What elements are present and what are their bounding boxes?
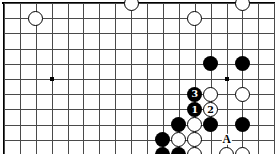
intersection [171, 41, 187, 56]
intersection [155, 117, 171, 132]
intersection [155, 26, 171, 41]
intersection: 2 [203, 102, 219, 117]
white-stone [219, 147, 234, 154]
intersection [107, 71, 123, 86]
black-stone [171, 147, 186, 154]
intersection [219, 0, 235, 11]
intersection [60, 41, 76, 56]
intersection [91, 87, 107, 102]
intersection [234, 26, 250, 41]
intersection [123, 71, 139, 86]
intersection [219, 26, 235, 41]
intersection [203, 26, 219, 41]
intersection [107, 87, 123, 102]
intersection [155, 102, 171, 117]
intersection [155, 11, 171, 26]
intersection [234, 117, 250, 132]
intersection [139, 56, 155, 71]
intersection [171, 0, 187, 11]
intersection [139, 0, 155, 11]
intersection [123, 147, 139, 154]
intersection [76, 26, 92, 41]
intersection [234, 147, 250, 154]
intersection [219, 147, 235, 154]
intersection [28, 0, 44, 11]
black-stone [203, 56, 218, 71]
black-stone [155, 147, 170, 154]
intersection [203, 11, 219, 26]
black-stone-move-3: 3 [187, 87, 202, 102]
intersection [76, 117, 92, 132]
intersection [44, 0, 60, 11]
intersection [171, 56, 187, 71]
intersection [12, 147, 28, 154]
intersection [187, 71, 203, 86]
intersection: 1 [187, 102, 203, 117]
intersection [250, 147, 266, 154]
intersection [91, 11, 107, 26]
intersection [250, 56, 266, 71]
intersection [234, 11, 250, 26]
intersection [91, 117, 107, 132]
intersection [12, 26, 28, 41]
intersection [107, 147, 123, 154]
go-diagram: 312 A [0, 0, 275, 154]
intersection [155, 56, 171, 71]
intersection [76, 132, 92, 147]
white-stone [235, 0, 250, 11]
intersection [203, 0, 219, 11]
intersection [250, 117, 266, 132]
intersection [155, 41, 171, 56]
white-stone [28, 11, 43, 26]
intersection [107, 132, 123, 147]
intersection [28, 11, 44, 26]
intersection [139, 71, 155, 86]
intersection [203, 132, 219, 147]
intersection [123, 102, 139, 117]
white-stone-move-2: 2 [203, 102, 218, 117]
white-stone [235, 147, 250, 154]
intersection [123, 117, 139, 132]
intersection [139, 87, 155, 102]
intersection [12, 11, 28, 26]
black-stone [171, 117, 186, 132]
intersection [250, 71, 266, 86]
intersection [44, 117, 60, 132]
intersection [12, 41, 28, 56]
intersection [250, 26, 266, 41]
intersection [250, 0, 266, 11]
intersection [219, 56, 235, 71]
intersection [44, 26, 60, 41]
intersection [187, 56, 203, 71]
intersection [60, 87, 76, 102]
intersection [44, 87, 60, 102]
white-stone [203, 87, 218, 102]
intersection [60, 11, 76, 26]
intersection [107, 26, 123, 41]
intersection [76, 147, 92, 154]
intersection [60, 56, 76, 71]
intersection [0, 71, 12, 86]
intersection [234, 0, 250, 11]
intersection [91, 102, 107, 117]
intersection [0, 56, 12, 71]
intersection [91, 26, 107, 41]
intersection [203, 41, 219, 56]
intersection [12, 132, 28, 147]
intersection: 3 [187, 87, 203, 102]
intersection [187, 132, 203, 147]
intersection [91, 71, 107, 86]
white-stone [187, 147, 202, 154]
intersection [155, 71, 171, 86]
intersection [0, 102, 12, 117]
intersection [44, 102, 60, 117]
intersection [171, 87, 187, 102]
intersection [123, 41, 139, 56]
intersection [44, 11, 60, 26]
intersection [234, 132, 250, 147]
intersection [91, 147, 107, 154]
intersection [0, 117, 12, 132]
intersection [171, 147, 187, 154]
intersection [171, 71, 187, 86]
intersection [0, 26, 12, 41]
intersection [28, 56, 44, 71]
intersection [28, 71, 44, 86]
intersection [139, 11, 155, 26]
intersection [250, 132, 266, 147]
intersection [91, 0, 107, 11]
intersection [250, 41, 266, 56]
intersection [76, 0, 92, 11]
intersection [0, 132, 12, 147]
intersection [234, 71, 250, 86]
intersection [123, 11, 139, 26]
intersection [0, 0, 12, 11]
intersection [76, 56, 92, 71]
black-stone [235, 117, 250, 132]
intersection [171, 102, 187, 117]
intersection [91, 41, 107, 56]
intersection [0, 11, 12, 26]
intersection [171, 132, 187, 147]
intersection [28, 41, 44, 56]
white-stone [235, 87, 250, 102]
intersection [76, 87, 92, 102]
intersection [123, 0, 139, 11]
star-point [50, 77, 54, 81]
intersection [60, 147, 76, 154]
intersection [44, 147, 60, 154]
intersection [234, 41, 250, 56]
intersection [28, 87, 44, 102]
intersection [12, 0, 28, 11]
intersection [203, 117, 219, 132]
intersection [76, 41, 92, 56]
intersection [60, 132, 76, 147]
intersection [219, 41, 235, 56]
intersection [76, 102, 92, 117]
intersection [60, 0, 76, 11]
intersection [60, 26, 76, 41]
intersection [155, 0, 171, 11]
intersection [187, 117, 203, 132]
intersection [107, 56, 123, 71]
white-stone [187, 11, 202, 26]
intersection [219, 117, 235, 132]
intersection [155, 132, 171, 147]
intersection [123, 132, 139, 147]
intersection [187, 147, 203, 154]
intersection [12, 117, 28, 132]
intersection [171, 26, 187, 41]
intersection [155, 87, 171, 102]
intersection [139, 117, 155, 132]
intersection [60, 117, 76, 132]
intersection [250, 87, 266, 102]
intersection [155, 147, 171, 154]
intersection [139, 147, 155, 154]
intersection [139, 132, 155, 147]
intersection [139, 26, 155, 41]
intersection [123, 56, 139, 71]
intersection [203, 87, 219, 102]
intersection [44, 132, 60, 147]
intersection [91, 56, 107, 71]
white-stone [187, 117, 202, 132]
white-stone [124, 0, 139, 11]
intersection [250, 102, 266, 117]
intersection [234, 87, 250, 102]
intersection [76, 11, 92, 26]
intersection [28, 147, 44, 154]
star-point [225, 77, 229, 81]
intersection [219, 87, 235, 102]
intersection [123, 26, 139, 41]
intersection [28, 102, 44, 117]
intersection [12, 87, 28, 102]
intersection [139, 102, 155, 117]
intersection [107, 102, 123, 117]
intersection [107, 41, 123, 56]
intersection [187, 11, 203, 26]
intersection [12, 56, 28, 71]
black-stone-move-1: 1 [187, 102, 202, 117]
intersection [60, 71, 76, 86]
intersection [28, 117, 44, 132]
intersection [187, 26, 203, 41]
white-stone [187, 132, 202, 147]
intersection [187, 0, 203, 11]
intersection [203, 71, 219, 86]
intersection [12, 71, 28, 86]
intersection [12, 102, 28, 117]
point-label-A: A [221, 134, 231, 146]
intersection [219, 102, 235, 117]
intersection [123, 87, 139, 102]
intersection [171, 11, 187, 26]
intersection [187, 41, 203, 56]
intersection [234, 102, 250, 117]
black-stone [203, 117, 218, 132]
white-stone [171, 132, 186, 147]
intersection [60, 102, 76, 117]
intersection [0, 41, 12, 56]
intersection [44, 56, 60, 71]
intersection [171, 117, 187, 132]
intersection [203, 56, 219, 71]
intersection [91, 132, 107, 147]
intersection [203, 147, 219, 154]
intersection [44, 41, 60, 56]
black-stone [235, 56, 250, 71]
intersection [250, 11, 266, 26]
intersection [107, 11, 123, 26]
intersection [0, 147, 12, 154]
intersection [219, 11, 235, 26]
intersection [139, 41, 155, 56]
intersection [76, 71, 92, 86]
black-stone [155, 132, 170, 147]
intersection [234, 56, 250, 71]
intersection [28, 26, 44, 41]
intersection [107, 0, 123, 11]
intersection [28, 132, 44, 147]
intersection [107, 117, 123, 132]
intersection [0, 87, 12, 102]
